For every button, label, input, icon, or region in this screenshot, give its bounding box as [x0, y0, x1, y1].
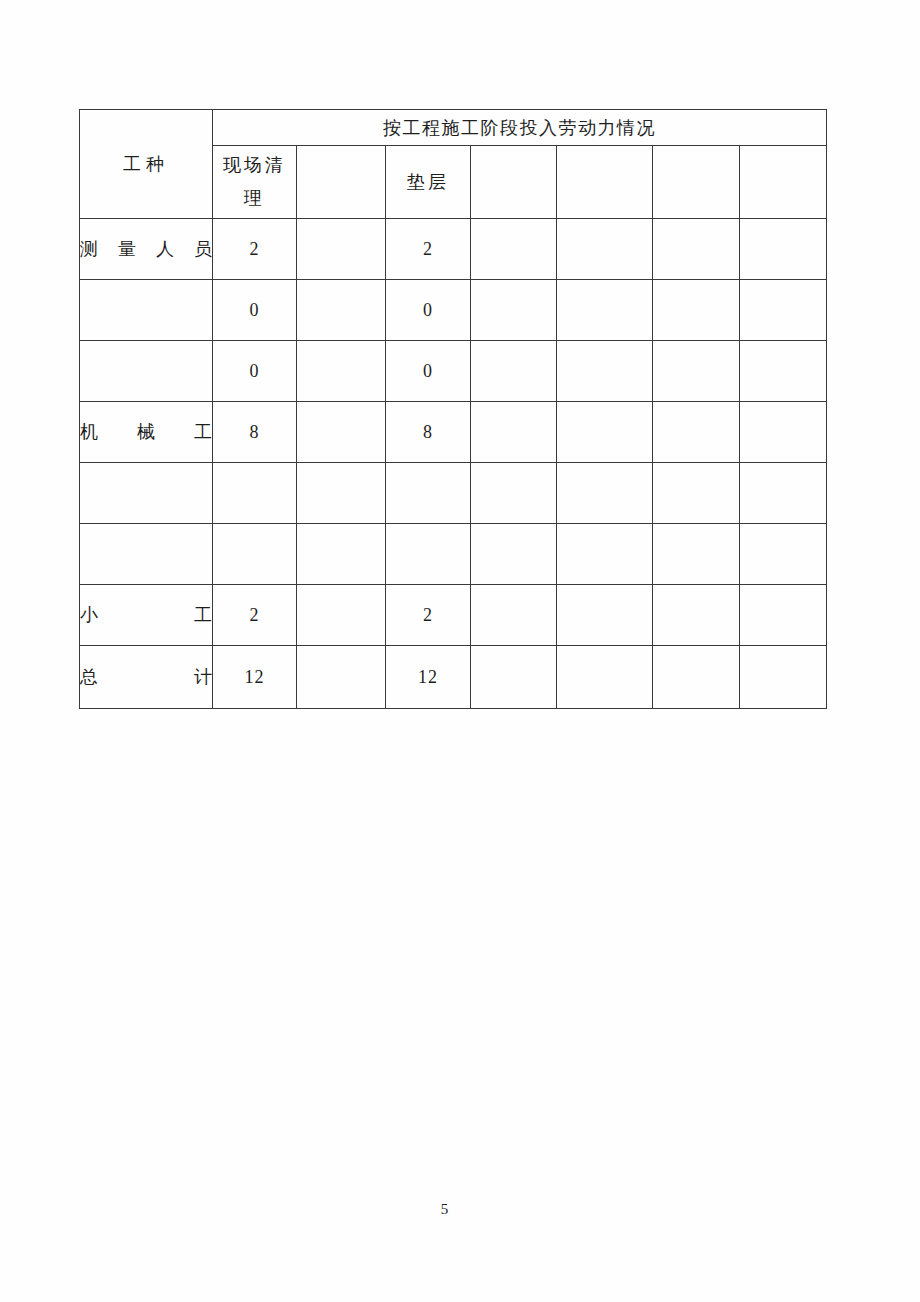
labor-count-cell [297, 219, 386, 280]
stage-header-cell [740, 146, 827, 219]
labor-count-cell [740, 646, 827, 709]
labor-count-cell: 0 [213, 341, 297, 402]
stage-header-cell [653, 146, 740, 219]
labor-count-cell [297, 402, 386, 463]
labor-count-cell [740, 463, 827, 524]
page-number: 5 [79, 1201, 810, 1218]
labor-count-cell: 8 [386, 402, 471, 463]
labor-count-cell: 2 [386, 219, 471, 280]
labor-count-cell [557, 341, 653, 402]
table-header-row-1: 工种 按工程施工阶段投入劳动力情况 [80, 110, 827, 146]
labor-count-cell [653, 280, 740, 341]
labor-count-cell: 12 [213, 646, 297, 709]
labor-count-cell [653, 341, 740, 402]
labor-count-cell [740, 341, 827, 402]
labor-count-cell [740, 524, 827, 585]
labor-count-cell [557, 524, 653, 585]
labor-count-cell [297, 524, 386, 585]
worker-type-header: 工种 [80, 110, 213, 219]
table-title: 按工程施工阶段投入劳动力情况 [213, 110, 827, 146]
labor-count-cell [213, 524, 297, 585]
worker-type-cell [80, 280, 213, 341]
stage-header-cell [297, 146, 386, 219]
table-row: 0 0 [80, 341, 827, 402]
worker-type-cell [80, 341, 213, 402]
labor-count-cell [471, 219, 557, 280]
labor-count-cell [297, 280, 386, 341]
labor-count-cell [740, 585, 827, 646]
table-row: 小 工 2 2 [80, 585, 827, 646]
labor-count-cell [213, 463, 297, 524]
labor-count-cell: 8 [213, 402, 297, 463]
labor-count-cell [471, 341, 557, 402]
stage-header-cell: 现场清理 [213, 146, 297, 219]
labor-count-cell [653, 463, 740, 524]
labor-count-cell [740, 402, 827, 463]
labor-count-cell: 0 [213, 280, 297, 341]
labor-count-cell [653, 646, 740, 709]
labor-count-cell: 2 [386, 585, 471, 646]
labor-count-cell [471, 524, 557, 585]
labor-count-cell [471, 463, 557, 524]
worker-type-cell: 机 械 工 [80, 402, 213, 463]
document-page: 工种 按工程施工阶段投入劳动力情况 现场清理 垫层 测 量 人 员 2 2 [0, 0, 920, 1302]
table-row [80, 524, 827, 585]
labor-count-cell [386, 463, 471, 524]
labor-count-cell [557, 463, 653, 524]
table-row [80, 463, 827, 524]
worker-type-cell: 总 计 [80, 646, 213, 709]
labor-count-cell [653, 219, 740, 280]
labor-count-cell [653, 585, 740, 646]
labor-count-cell [653, 524, 740, 585]
labor-count-cell [297, 646, 386, 709]
labor-count-cell [653, 402, 740, 463]
labor-count-cell [471, 646, 557, 709]
labor-count-cell [297, 341, 386, 402]
worker-type-cell [80, 463, 213, 524]
labor-count-cell [557, 219, 653, 280]
labor-count-cell [471, 280, 557, 341]
labor-count-cell [557, 646, 653, 709]
labor-count-cell: 2 [213, 219, 297, 280]
labor-count-cell [740, 219, 827, 280]
worker-type-cell: 测 量 人 员 [80, 219, 213, 280]
worker-type-cell: 小 工 [80, 585, 213, 646]
labor-count-cell [557, 585, 653, 646]
labor-count-cell [297, 463, 386, 524]
labor-count-cell: 2 [213, 585, 297, 646]
labor-count-cell [557, 402, 653, 463]
labor-count-cell: 12 [386, 646, 471, 709]
labor-count-cell: 0 [386, 341, 471, 402]
labor-count-cell [386, 524, 471, 585]
labor-table: 工种 按工程施工阶段投入劳动力情况 现场清理 垫层 测 量 人 员 2 2 [79, 109, 827, 709]
labor-count-cell [471, 402, 557, 463]
table-row: 总 计 12 12 [80, 646, 827, 709]
table-row: 0 0 [80, 280, 827, 341]
labor-count-cell [557, 280, 653, 341]
stage-header-cell [471, 146, 557, 219]
stage-header-cell [557, 146, 653, 219]
table-row: 测 量 人 员 2 2 [80, 219, 827, 280]
stage-header-cell: 垫层 [386, 146, 471, 219]
worker-type-cell [80, 524, 213, 585]
labor-count-cell [297, 585, 386, 646]
labor-count-cell [740, 280, 827, 341]
labor-count-cell [471, 585, 557, 646]
labor-count-cell: 0 [386, 280, 471, 341]
table-row: 机 械 工 8 8 [80, 402, 827, 463]
